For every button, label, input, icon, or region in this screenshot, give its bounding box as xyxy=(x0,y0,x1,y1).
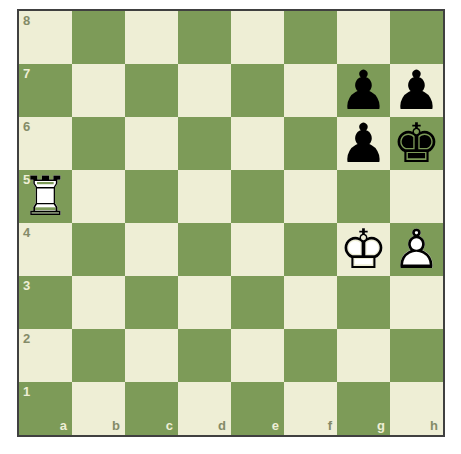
square-f8[interactable] xyxy=(284,11,337,64)
square-g6[interactable]: ♟ xyxy=(337,117,390,170)
square-a1[interactable]: 1a xyxy=(19,382,72,435)
white-pawn[interactable]: ♟♙ xyxy=(390,223,443,276)
square-c3[interactable] xyxy=(125,276,178,329)
file-label-a: a xyxy=(60,419,67,432)
square-b4[interactable] xyxy=(72,223,125,276)
page: 87♟♟6♟♚5♜♖4♚♔♟♙321abcdefgh xyxy=(0,0,461,454)
square-g3[interactable] xyxy=(337,276,390,329)
file-label-e: e xyxy=(272,419,279,432)
white-rook-outline: ♖ xyxy=(19,170,72,223)
file-label-b: b xyxy=(112,419,120,432)
square-g4[interactable]: ♚♔ xyxy=(337,223,390,276)
square-g7[interactable]: ♟ xyxy=(337,64,390,117)
file-label-g: g xyxy=(377,419,385,432)
square-d2[interactable] xyxy=(178,329,231,382)
black-pawn[interactable]: ♟ xyxy=(390,64,443,117)
rank-label-3: 3 xyxy=(23,279,30,292)
square-e5[interactable] xyxy=(231,170,284,223)
file-label-h: h xyxy=(430,419,438,432)
square-g1[interactable]: g xyxy=(337,382,390,435)
square-c1[interactable]: c xyxy=(125,382,178,435)
square-d1[interactable]: d xyxy=(178,382,231,435)
white-pawn-outline: ♙ xyxy=(390,223,443,276)
square-c6[interactable] xyxy=(125,117,178,170)
square-b6[interactable] xyxy=(72,117,125,170)
square-h4[interactable]: ♟♙ xyxy=(390,223,443,276)
square-e8[interactable] xyxy=(231,11,284,64)
square-d6[interactable] xyxy=(178,117,231,170)
file-label-f: f xyxy=(328,419,332,432)
square-b7[interactable] xyxy=(72,64,125,117)
square-d5[interactable] xyxy=(178,170,231,223)
chess-board: 87♟♟6♟♚5♜♖4♚♔♟♙321abcdefgh xyxy=(17,9,445,437)
square-a5[interactable]: 5♜♖ xyxy=(19,170,72,223)
black-king[interactable]: ♚ xyxy=(390,117,443,170)
square-c7[interactable] xyxy=(125,64,178,117)
square-e4[interactable] xyxy=(231,223,284,276)
square-f6[interactable] xyxy=(284,117,337,170)
square-f1[interactable]: f xyxy=(284,382,337,435)
square-h8[interactable] xyxy=(390,11,443,64)
white-rook[interactable]: ♜♖ xyxy=(19,170,72,223)
square-e2[interactable] xyxy=(231,329,284,382)
square-f2[interactable] xyxy=(284,329,337,382)
square-f4[interactable] xyxy=(284,223,337,276)
square-c5[interactable] xyxy=(125,170,178,223)
square-e6[interactable] xyxy=(231,117,284,170)
square-d7[interactable] xyxy=(178,64,231,117)
square-f3[interactable] xyxy=(284,276,337,329)
square-b8[interactable] xyxy=(72,11,125,64)
square-g2[interactable] xyxy=(337,329,390,382)
square-d8[interactable] xyxy=(178,11,231,64)
rank-label-2: 2 xyxy=(23,332,30,345)
square-a4[interactable]: 4 xyxy=(19,223,72,276)
square-d3[interactable] xyxy=(178,276,231,329)
square-h1[interactable]: h xyxy=(390,382,443,435)
square-b1[interactable]: b xyxy=(72,382,125,435)
square-a3[interactable]: 3 xyxy=(19,276,72,329)
white-king[interactable]: ♚♔ xyxy=(337,223,390,276)
black-pawn[interactable]: ♟ xyxy=(337,117,390,170)
square-a2[interactable]: 2 xyxy=(19,329,72,382)
square-b5[interactable] xyxy=(72,170,125,223)
square-h3[interactable] xyxy=(390,276,443,329)
square-a7[interactable]: 7 xyxy=(19,64,72,117)
square-a6[interactable]: 6 xyxy=(19,117,72,170)
square-c2[interactable] xyxy=(125,329,178,382)
file-label-d: d xyxy=(218,419,226,432)
file-label-c: c xyxy=(166,419,173,432)
square-c8[interactable] xyxy=(125,11,178,64)
rank-label-1: 1 xyxy=(23,385,30,398)
square-h7[interactable]: ♟ xyxy=(390,64,443,117)
square-g5[interactable] xyxy=(337,170,390,223)
rank-label-4: 4 xyxy=(23,226,30,239)
square-a8[interactable]: 8 xyxy=(19,11,72,64)
square-e1[interactable]: e xyxy=(231,382,284,435)
square-g8[interactable] xyxy=(337,11,390,64)
square-d4[interactable] xyxy=(178,223,231,276)
square-b3[interactable] xyxy=(72,276,125,329)
square-h6[interactable]: ♚ xyxy=(390,117,443,170)
rank-label-8: 8 xyxy=(23,14,30,27)
white-king-outline: ♔ xyxy=(337,223,390,276)
square-e7[interactable] xyxy=(231,64,284,117)
rank-label-7: 7 xyxy=(23,67,30,80)
square-f7[interactable] xyxy=(284,64,337,117)
square-b2[interactable] xyxy=(72,329,125,382)
square-h2[interactable] xyxy=(390,329,443,382)
square-f5[interactable] xyxy=(284,170,337,223)
rank-label-6: 6 xyxy=(23,120,30,133)
black-pawn[interactable]: ♟ xyxy=(337,64,390,117)
square-e3[interactable] xyxy=(231,276,284,329)
square-h5[interactable] xyxy=(390,170,443,223)
square-c4[interactable] xyxy=(125,223,178,276)
